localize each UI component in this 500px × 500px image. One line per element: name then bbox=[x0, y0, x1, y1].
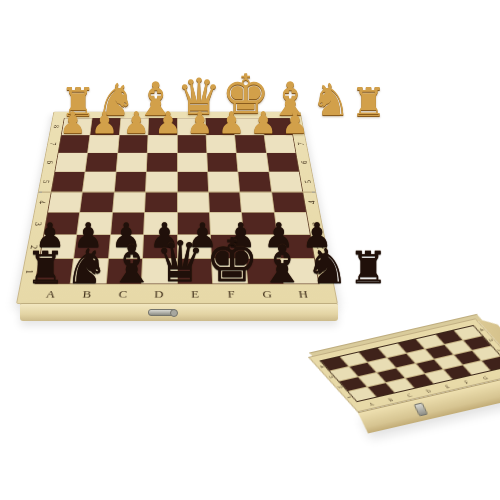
rank-label-3: 3 bbox=[310, 222, 321, 226]
square-c1 bbox=[107, 259, 143, 284]
white-knight: ♞ bbox=[311, 78, 350, 122]
square-e4 bbox=[177, 192, 208, 212]
white-rook: ♜ bbox=[351, 82, 387, 122]
square-c6 bbox=[116, 153, 147, 171]
file-label-g: G bbox=[249, 289, 286, 299]
rank-label-8: 8 bbox=[52, 125, 61, 128]
square-b8 bbox=[91, 118, 121, 134]
rank-label-5: 5 bbox=[303, 180, 313, 183]
square-c3 bbox=[111, 213, 144, 235]
chess-set-product-photo: ABCDEFGH 87654321 87654321 ♜♞♝♛♚♝♞♜ ♟♟♟♟… bbox=[0, 0, 500, 500]
rank-label-4: 4 bbox=[37, 200, 47, 203]
square-c2 bbox=[109, 235, 143, 258]
folded-latch-icon bbox=[414, 402, 429, 416]
file-label-e: E bbox=[177, 289, 213, 299]
square-b1 bbox=[71, 259, 108, 284]
square-b6 bbox=[86, 153, 117, 171]
square-h8 bbox=[262, 118, 292, 134]
square-e5 bbox=[177, 172, 208, 191]
rank-label-6: 6 bbox=[299, 160, 309, 163]
square-e8 bbox=[177, 118, 205, 134]
rank-label-7: 7 bbox=[296, 142, 305, 145]
folded-rank-label-1: 1 bbox=[346, 396, 353, 399]
board-hinge-seam bbox=[39, 191, 316, 192]
square-e2 bbox=[177, 235, 210, 258]
square-g3 bbox=[242, 213, 276, 235]
square-f2 bbox=[211, 235, 245, 258]
square-f8 bbox=[206, 118, 235, 134]
rank-label-1: 1 bbox=[24, 269, 35, 273]
square-a2 bbox=[40, 235, 76, 258]
square-f3 bbox=[210, 213, 243, 235]
square-h1 bbox=[281, 259, 319, 284]
square-a7 bbox=[59, 135, 90, 152]
folded-rank-label-2: 2 bbox=[337, 386, 344, 389]
folded-rank-label-3: 3 bbox=[487, 338, 494, 341]
square-g5 bbox=[239, 172, 271, 191]
white-back-row: ♜♞♝♛♚♝♞♜ bbox=[60, 34, 308, 122]
square-a1 bbox=[36, 259, 74, 284]
rank-label-5: 5 bbox=[41, 180, 51, 183]
square-b5 bbox=[83, 172, 115, 191]
square-f6 bbox=[207, 153, 238, 171]
square-c5 bbox=[115, 172, 146, 191]
square-d7 bbox=[148, 135, 177, 152]
square-h2 bbox=[277, 235, 313, 258]
file-label-h: H bbox=[284, 289, 322, 299]
square-h5 bbox=[269, 172, 302, 191]
square-g1 bbox=[246, 259, 283, 284]
square-d2 bbox=[143, 235, 176, 258]
board-frame: ABCDEFGH 87654321 87654321 bbox=[16, 112, 338, 304]
rank-label-8: 8 bbox=[293, 125, 302, 128]
square-c8 bbox=[120, 118, 149, 134]
square-g2 bbox=[244, 235, 279, 258]
square-c7 bbox=[118, 135, 148, 152]
square-g6 bbox=[237, 153, 268, 171]
square-b4 bbox=[80, 192, 113, 212]
square-e7 bbox=[177, 135, 206, 152]
rank-label-2: 2 bbox=[29, 245, 40, 249]
open-chess-board: ABCDEFGH 87654321 87654321 bbox=[16, 112, 338, 304]
square-f1 bbox=[212, 259, 248, 284]
square-g8 bbox=[234, 118, 264, 134]
file-label-f: F bbox=[213, 289, 250, 299]
square-d8 bbox=[148, 118, 176, 134]
square-h7 bbox=[264, 135, 295, 152]
black-rook: ♜ bbox=[349, 246, 388, 290]
square-a3 bbox=[44, 213, 79, 235]
folded-chess-box: ABCDEFGH 1234 1234 bbox=[308, 305, 500, 454]
square-g4 bbox=[240, 192, 273, 212]
square-a5 bbox=[52, 172, 85, 191]
square-f5 bbox=[208, 172, 239, 191]
file-label-d: D bbox=[141, 289, 177, 299]
square-f4 bbox=[209, 192, 241, 212]
square-b7 bbox=[88, 135, 118, 152]
file-labels: ABCDEFGH bbox=[31, 286, 322, 302]
rank-label-3: 3 bbox=[33, 222, 44, 226]
square-d3 bbox=[144, 213, 176, 235]
rank-label-6: 6 bbox=[45, 160, 55, 163]
square-d5 bbox=[146, 172, 177, 191]
square-h4 bbox=[272, 192, 306, 212]
square-a8 bbox=[62, 118, 92, 134]
square-b2 bbox=[74, 235, 109, 258]
square-e1 bbox=[177, 259, 212, 284]
square-b3 bbox=[78, 213, 112, 235]
rank-label-2: 2 bbox=[314, 245, 325, 249]
rank-label-7: 7 bbox=[49, 142, 58, 145]
box-front-edge bbox=[20, 303, 338, 321]
rank-label-4: 4 bbox=[306, 200, 316, 203]
file-label-c: C bbox=[104, 289, 141, 299]
square-a4 bbox=[48, 192, 82, 212]
square-e3 bbox=[177, 213, 209, 235]
square-g7 bbox=[235, 135, 265, 152]
square-d6 bbox=[147, 153, 177, 171]
rank-label-1: 1 bbox=[319, 269, 330, 273]
square-e6 bbox=[177, 153, 207, 171]
square-c4 bbox=[113, 192, 145, 212]
folded-rank-label-4: 4 bbox=[478, 328, 485, 331]
chess-board-grid bbox=[34, 118, 319, 284]
square-h6 bbox=[267, 153, 299, 171]
square-f7 bbox=[206, 135, 236, 152]
folded-rank-label-3: 3 bbox=[327, 375, 334, 378]
folded-rank-label-2: 2 bbox=[496, 349, 500, 352]
square-a6 bbox=[55, 153, 87, 171]
latch-clasp-icon bbox=[148, 309, 176, 316]
square-h3 bbox=[275, 213, 310, 235]
folded-rank-label-4: 4 bbox=[318, 365, 325, 368]
square-d1 bbox=[142, 259, 177, 284]
file-label-b: B bbox=[68, 289, 105, 299]
square-d4 bbox=[145, 192, 176, 212]
file-label-a: A bbox=[32, 289, 70, 299]
